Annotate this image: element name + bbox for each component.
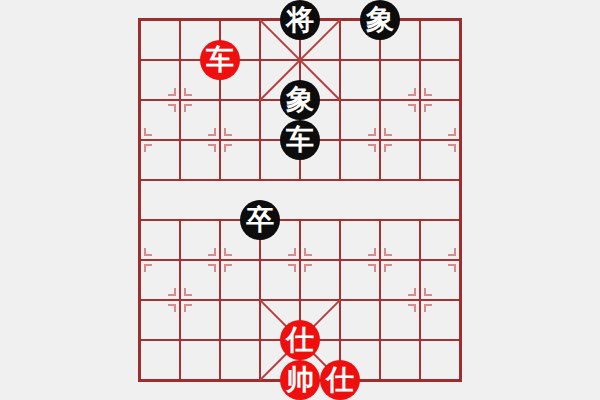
board-point-f2r0[interactable] [200,0,240,40]
board-point-f4r5[interactable] [280,200,320,240]
board-point-f6r8[interactable] [360,320,400,360]
board-point-f2r4[interactable] [200,160,240,200]
board-point-f0r6[interactable] [120,240,160,280]
board-point-f8r2[interactable] [440,80,480,120]
board-point-f3r4[interactable] [240,160,280,200]
board-point-f3r6[interactable] [240,240,280,280]
board-point-f1r3[interactable] [160,120,200,160]
board-point-f5r7[interactable] [320,280,360,320]
board-point-f7r7[interactable] [400,280,440,320]
board-point-f7r9[interactable] [400,360,440,400]
board-point-f4r4[interactable] [280,160,320,200]
board-point-f8r6[interactable] [440,240,480,280]
board-point-f7r6[interactable] [400,240,440,280]
board-point-f2r8[interactable] [200,320,240,360]
board-point-f7r2[interactable] [400,80,440,120]
board-point-f8r8[interactable] [440,320,480,360]
board-point-f7r3[interactable] [400,120,440,160]
board-point-f3r7[interactable] [240,280,280,320]
piece-red-advisor-center[interactable]: 仕 [280,320,320,360]
board-point-f6r7[interactable] [360,280,400,320]
board-point-f4r8[interactable]: 仕 [280,320,320,360]
board-point-f3r9[interactable] [240,360,280,400]
board-point-f8r3[interactable] [440,120,480,160]
piece-black-elephant-center[interactable]: 象 [280,80,320,120]
board-point-f3r1[interactable] [240,40,280,80]
piece-black-chariot[interactable]: 车 [280,120,320,160]
board-point-f6r2[interactable] [360,80,400,120]
board-point-f6r3[interactable] [360,120,400,160]
board-point-f1r4[interactable] [160,160,200,200]
piece-red-general[interactable]: 帅 [280,360,320,400]
board-point-f0r8[interactable] [120,320,160,360]
board-point-f3r2[interactable] [240,80,280,120]
board-point-f7r1[interactable] [400,40,440,80]
board-point-f0r3[interactable] [120,120,160,160]
board-point-f4r9[interactable]: 帅 [280,360,320,400]
board-point-f4r1[interactable] [280,40,320,80]
board-point-f0r1[interactable] [120,40,160,80]
board-point-f7r4[interactable] [400,160,440,200]
board-point-f8r5[interactable] [440,200,480,240]
board-point-f5r8[interactable] [320,320,360,360]
board-point-f0r4[interactable] [120,160,160,200]
xiangqi-screenshot: 将象车象车卒仕帅仕 [0,0,600,400]
board-point-f1r5[interactable] [160,200,200,240]
board-point-f6r6[interactable] [360,240,400,280]
board-point-f1r8[interactable] [160,320,200,360]
board-point-f4r7[interactable] [280,280,320,320]
xiangqi-board: 将象车象车卒仕帅仕 [140,20,460,380]
board-point-f1r1[interactable] [160,40,200,80]
board-point-f6r0[interactable]: 象 [360,0,400,40]
board-point-f2r5[interactable] [200,200,240,240]
board-point-f8r9[interactable] [440,360,480,400]
board-point-f1r6[interactable] [160,240,200,280]
piece-black-general[interactable]: 将 [280,0,320,40]
board-point-f2r7[interactable] [200,280,240,320]
board-point-f5r6[interactable] [320,240,360,280]
board-point-f4r0[interactable]: 将 [280,0,320,40]
board-point-f5r3[interactable] [320,120,360,160]
board-point-f4r2[interactable]: 象 [280,80,320,120]
board-point-f6r4[interactable] [360,160,400,200]
board-point-f5r9[interactable]: 仕 [320,360,360,400]
board-point-f5r2[interactable] [320,80,360,120]
board-point-f7r0[interactable] [400,0,440,40]
board-point-f1r2[interactable] [160,80,200,120]
board-point-f5r4[interactable] [320,160,360,200]
board-point-f3r5[interactable]: 卒 [240,200,280,240]
board-point-f7r5[interactable] [400,200,440,240]
board-point-f2r6[interactable] [200,240,240,280]
board-point-f3r0[interactable] [240,0,280,40]
board-point-f0r9[interactable] [120,360,160,400]
piece-red-chariot[interactable]: 车 [200,40,240,80]
board-point-f8r1[interactable] [440,40,480,80]
board-point-f6r9[interactable] [360,360,400,400]
board-point-f1r0[interactable] [160,0,200,40]
board-point-f8r7[interactable] [440,280,480,320]
board-point-f5r1[interactable] [320,40,360,80]
piece-black-elephant-right[interactable]: 象 [360,0,400,40]
piece-black-soldier[interactable]: 卒 [240,200,280,240]
board-point-f2r1[interactable]: 车 [200,40,240,80]
piece-red-advisor-right[interactable]: 仕 [320,360,360,400]
board-point-f2r9[interactable] [200,360,240,400]
board-point-f3r8[interactable] [240,320,280,360]
board-point-f8r0[interactable] [440,0,480,40]
board-point-f0r5[interactable] [120,200,160,240]
board-point-f6r1[interactable] [360,40,400,80]
board-point-f5r5[interactable] [320,200,360,240]
board-point-f8r4[interactable] [440,160,480,200]
board-point-f0r2[interactable] [120,80,160,120]
board-point-f1r9[interactable] [160,360,200,400]
board-point-f4r6[interactable] [280,240,320,280]
board-point-f0r0[interactable] [120,0,160,40]
board-point-f5r0[interactable] [320,0,360,40]
board-point-f2r2[interactable] [200,80,240,120]
board-point-f4r3[interactable]: 车 [280,120,320,160]
board-grid: 将象车象车卒仕帅仕 [120,0,480,400]
board-point-f0r7[interactable] [120,280,160,320]
board-point-f2r3[interactable] [200,120,240,160]
board-point-f1r7[interactable] [160,280,200,320]
board-point-f6r5[interactable] [360,200,400,240]
board-point-f3r3[interactable] [240,120,280,160]
board-point-f7r8[interactable] [400,320,440,360]
